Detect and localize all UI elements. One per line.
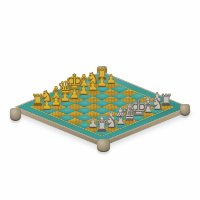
board-foot-left <box>10 108 21 121</box>
piece-gold-pawn-a2[interactable]: ♟ <box>41 99 52 111</box>
piece-silver-rook-a8[interactable]: ♜ <box>95 119 108 134</box>
board-foot-front <box>97 139 110 152</box>
chess-set-photo: ♜♟♞♟♝♟♚♟♛♟♝♟♟♞♜♟♟♜♞♟♟♝♟♚♟♛♟♝♟♞♟♜ <box>0 0 200 200</box>
board-foot-right <box>180 104 190 116</box>
